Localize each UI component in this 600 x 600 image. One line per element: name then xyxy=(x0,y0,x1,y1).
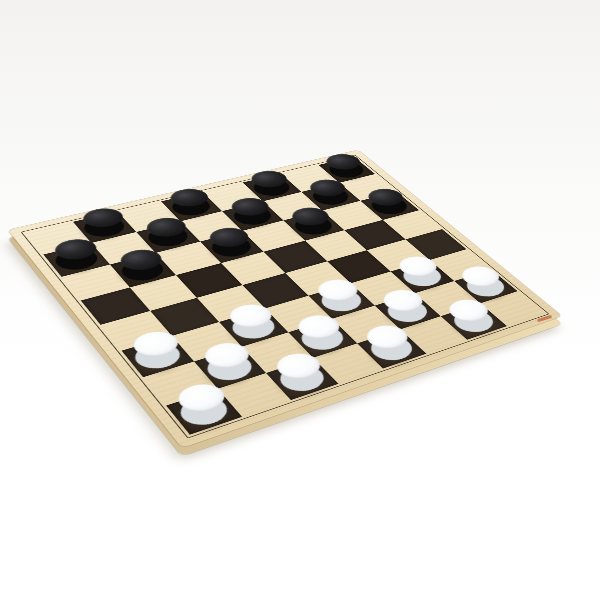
piece-side xyxy=(447,306,501,336)
piece-top xyxy=(223,301,279,332)
white-man-h7 xyxy=(460,273,512,300)
board-top-layer xyxy=(0,0,600,600)
square-e2 xyxy=(222,201,283,231)
white-man-g8 xyxy=(447,306,501,336)
square-h3 xyxy=(360,192,419,220)
piece-side xyxy=(200,350,259,384)
piece-top xyxy=(127,328,185,361)
brand-stamp xyxy=(537,315,552,322)
black-man-d1 xyxy=(166,194,216,218)
white-man-a6 xyxy=(128,339,187,373)
black-man-c2 xyxy=(142,224,194,250)
piece-side xyxy=(78,214,130,240)
piece-top xyxy=(291,311,347,342)
white-man-d7 xyxy=(294,322,350,354)
piece-side xyxy=(396,263,448,290)
piece-top xyxy=(246,168,294,190)
piece-top xyxy=(304,177,352,199)
piece-top xyxy=(442,296,495,325)
white-man-a8 xyxy=(173,393,235,431)
piece-side xyxy=(272,361,331,396)
piece-top xyxy=(311,276,364,304)
piece-top xyxy=(269,349,327,383)
white-man-e6 xyxy=(314,286,368,315)
black-man-e2 xyxy=(228,204,278,228)
piece-top xyxy=(114,246,167,273)
piece-side xyxy=(314,286,368,315)
piece-top xyxy=(225,195,274,219)
piece-top xyxy=(362,186,409,209)
piece-side xyxy=(166,194,216,218)
piece-top xyxy=(171,380,232,417)
piece-side xyxy=(49,246,103,274)
piece-side xyxy=(323,159,369,180)
square-a4 xyxy=(81,287,150,324)
checkers-board xyxy=(8,150,562,448)
square-e4 xyxy=(263,241,327,273)
square-g6 xyxy=(390,260,453,293)
square-f3 xyxy=(283,211,344,241)
white-man-c6 xyxy=(225,312,281,343)
square-d1 xyxy=(161,192,222,221)
piece-side xyxy=(363,333,419,365)
piece-top xyxy=(165,186,214,209)
piece-top xyxy=(286,204,335,228)
white-man-b7 xyxy=(200,350,259,384)
board-side-edge xyxy=(0,8,600,600)
square-h1 xyxy=(318,157,375,183)
square-h7 xyxy=(454,270,517,304)
square-d3 xyxy=(200,231,264,263)
piece-top xyxy=(376,286,429,315)
piece-side xyxy=(116,256,170,284)
piece-top xyxy=(320,151,366,172)
square-c6 xyxy=(219,308,288,346)
piece-top xyxy=(78,205,129,230)
square-f5 xyxy=(327,250,391,283)
piece-side xyxy=(225,312,281,343)
piece-side xyxy=(206,234,258,260)
square-d7 xyxy=(288,319,357,358)
square-c2 xyxy=(136,221,200,253)
piece-side xyxy=(289,213,339,238)
square-a2 xyxy=(43,243,109,277)
square-b1 xyxy=(72,211,136,242)
black-man-h1 xyxy=(323,159,369,180)
product-photo xyxy=(0,0,600,600)
black-man-f1 xyxy=(248,176,296,198)
piece-side xyxy=(307,185,355,208)
square-h5 xyxy=(405,229,466,260)
shadow-quad xyxy=(6,163,560,461)
square-f1 xyxy=(242,174,301,202)
square-b5 xyxy=(150,298,219,336)
white-man-e8 xyxy=(363,333,419,365)
piece-top xyxy=(455,263,506,290)
square-g4 xyxy=(344,220,405,250)
square-e8 xyxy=(357,329,426,368)
board-border-line xyxy=(21,155,550,439)
white-man-c8 xyxy=(272,361,331,396)
side-wood-quad xyxy=(8,158,562,456)
square-f7 xyxy=(374,293,440,329)
piece-side xyxy=(128,339,187,373)
piece-side xyxy=(460,273,512,300)
square-b7 xyxy=(194,347,266,389)
square-a6 xyxy=(121,336,193,377)
black-man-g2 xyxy=(307,185,355,208)
square-c8 xyxy=(266,358,338,400)
white-man-g6 xyxy=(396,263,448,290)
piece-side xyxy=(228,204,278,228)
white-man-f7 xyxy=(380,296,434,325)
black-man-b1 xyxy=(78,214,130,240)
piece-top xyxy=(204,224,255,250)
square-e6 xyxy=(308,283,374,319)
square-d5 xyxy=(242,273,308,308)
piece-top xyxy=(198,339,256,372)
square-g8 xyxy=(441,303,507,340)
black-man-d3 xyxy=(206,234,258,260)
black-man-a2 xyxy=(49,246,103,274)
board-drop-shadow xyxy=(0,13,598,600)
piece-top xyxy=(141,215,192,240)
piece-side xyxy=(294,322,350,354)
piece-top xyxy=(359,322,415,353)
piece-side xyxy=(248,176,296,198)
square-g2 xyxy=(301,183,360,211)
piece-side xyxy=(365,194,413,217)
piece-side xyxy=(142,224,194,250)
black-man-f3 xyxy=(289,213,339,238)
piece-top xyxy=(392,253,443,280)
piece-side xyxy=(380,296,434,325)
square-c4 xyxy=(176,263,242,298)
piece-side xyxy=(173,393,235,431)
piece-top xyxy=(49,236,102,263)
square-b3 xyxy=(110,253,176,287)
square-a8 xyxy=(166,389,242,435)
black-man-b3 xyxy=(116,256,170,284)
black-man-h3 xyxy=(365,194,413,217)
